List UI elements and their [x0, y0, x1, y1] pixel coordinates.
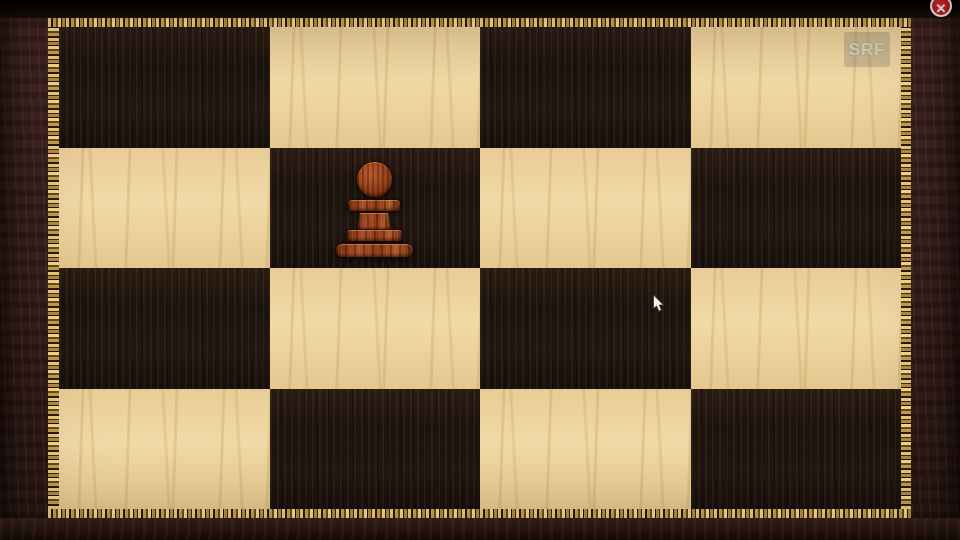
board-square[interactable] — [480, 148, 691, 269]
close-icon: ✕ — [936, 2, 947, 15]
board-frame-left — [0, 18, 48, 518]
board-square[interactable] — [59, 27, 270, 148]
video-frame: SRF ✕ — [0, 0, 960, 540]
chess-board — [59, 27, 901, 509]
srf-logo-text: SRF — [849, 40, 886, 60]
inlay-border-left — [48, 27, 59, 509]
black-pawn[interactable] — [336, 161, 413, 260]
srf-logo: SRF — [844, 32, 890, 67]
board-square[interactable] — [270, 268, 481, 389]
board-square[interactable] — [480, 27, 691, 148]
board-square[interactable] — [691, 148, 902, 269]
board-square[interactable] — [691, 268, 902, 389]
pawn-body — [358, 213, 391, 230]
pawn-base — [336, 244, 413, 257]
inlay-border-right — [901, 27, 911, 509]
board-square[interactable] — [270, 27, 481, 148]
inlay-border-top — [48, 18, 911, 27]
pawn-collar — [348, 200, 400, 211]
board-square[interactable] — [59, 148, 270, 269]
pawn-head — [357, 162, 392, 197]
board-square[interactable] — [480, 268, 691, 389]
inlay-border-bottom — [48, 509, 911, 518]
cursor-arrow-icon — [652, 294, 665, 313]
pawn-step — [347, 230, 402, 241]
board-square[interactable] — [480, 389, 691, 510]
board-square[interactable] — [59, 389, 270, 510]
top-letterbox — [0, 0, 960, 18]
board-square[interactable] — [59, 268, 270, 389]
board-square[interactable] — [270, 148, 481, 269]
board-frame-bottom — [0, 518, 960, 540]
board-frame-right — [911, 18, 960, 518]
board-square[interactable] — [691, 389, 902, 510]
board-square[interactable] — [270, 389, 481, 510]
